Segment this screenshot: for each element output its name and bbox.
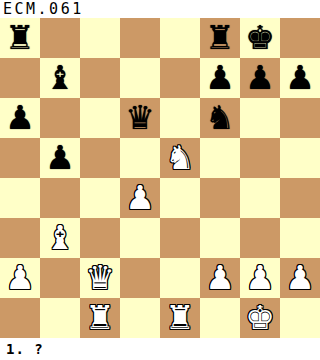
black-knight[interactable]: ♞ — [205, 98, 235, 138]
square-b2[interactable] — [40, 258, 80, 298]
square-b8[interactable] — [40, 18, 80, 58]
square-a6[interactable]: ♟ — [0, 98, 40, 138]
square-b1[interactable] — [40, 298, 80, 338]
black-queen[interactable]: ♛ — [125, 98, 155, 138]
square-f8[interactable]: ♜ — [200, 18, 240, 58]
square-f4[interactable] — [200, 178, 240, 218]
white-bishop[interactable]: ♝ — [45, 218, 75, 258]
square-f1[interactable] — [200, 298, 240, 338]
square-c7[interactable] — [80, 58, 120, 98]
square-b3[interactable]: ♝ — [40, 218, 80, 258]
square-h8[interactable] — [280, 18, 320, 58]
square-g2[interactable]: ♟ — [240, 258, 280, 298]
square-g6[interactable] — [240, 98, 280, 138]
square-f5[interactable] — [200, 138, 240, 178]
square-e1[interactable]: ♜ — [160, 298, 200, 338]
square-f3[interactable] — [200, 218, 240, 258]
square-c8[interactable] — [80, 18, 120, 58]
white-pawn[interactable]: ♟ — [5, 258, 35, 298]
black-rook[interactable]: ♜ — [5, 18, 35, 58]
white-rook[interactable]: ♜ — [85, 298, 115, 338]
square-e6[interactable] — [160, 98, 200, 138]
black-pawn[interactable]: ♟ — [5, 98, 35, 138]
square-c3[interactable] — [80, 218, 120, 258]
square-a7[interactable] — [0, 58, 40, 98]
square-c6[interactable] — [80, 98, 120, 138]
square-d4[interactable]: ♟ — [120, 178, 160, 218]
square-g4[interactable] — [240, 178, 280, 218]
square-h3[interactable] — [280, 218, 320, 258]
square-f2[interactable]: ♟ — [200, 258, 240, 298]
square-g1[interactable]: ♚ — [240, 298, 280, 338]
white-pawn[interactable]: ♟ — [285, 258, 315, 298]
black-pawn[interactable]: ♟ — [205, 58, 235, 98]
white-knight[interactable]: ♞ — [165, 138, 195, 178]
white-pawn[interactable]: ♟ — [245, 258, 275, 298]
black-pawn[interactable]: ♟ — [45, 138, 75, 178]
square-e8[interactable] — [160, 18, 200, 58]
square-h5[interactable] — [280, 138, 320, 178]
square-h2[interactable]: ♟ — [280, 258, 320, 298]
square-d3[interactable] — [120, 218, 160, 258]
square-g7[interactable]: ♟ — [240, 58, 280, 98]
square-e2[interactable] — [160, 258, 200, 298]
square-b5[interactable]: ♟ — [40, 138, 80, 178]
square-h1[interactable] — [280, 298, 320, 338]
square-e7[interactable] — [160, 58, 200, 98]
black-bishop[interactable]: ♝ — [45, 58, 75, 98]
square-d5[interactable] — [120, 138, 160, 178]
square-g8[interactable]: ♚ — [240, 18, 280, 58]
square-h6[interactable] — [280, 98, 320, 138]
black-king[interactable]: ♚ — [245, 18, 275, 58]
square-e4[interactable] — [160, 178, 200, 218]
square-a1[interactable] — [0, 298, 40, 338]
square-d2[interactable] — [120, 258, 160, 298]
square-b4[interactable] — [40, 178, 80, 218]
square-c4[interactable] — [80, 178, 120, 218]
move-prompt: 1. ? — [0, 341, 320, 357]
square-c5[interactable] — [80, 138, 120, 178]
square-a3[interactable] — [0, 218, 40, 258]
black-rook[interactable]: ♜ — [205, 18, 235, 58]
square-d6[interactable]: ♛ — [120, 98, 160, 138]
square-a4[interactable] — [0, 178, 40, 218]
white-pawn[interactable]: ♟ — [205, 258, 235, 298]
square-d1[interactable] — [120, 298, 160, 338]
black-pawn[interactable]: ♟ — [245, 58, 275, 98]
square-e3[interactable] — [160, 218, 200, 258]
square-a8[interactable]: ♜ — [0, 18, 40, 58]
square-e5[interactable]: ♞ — [160, 138, 200, 178]
square-g3[interactable] — [240, 218, 280, 258]
chess-board: ♜♜♚♝♟♟♟♟♛♞♟♞♟♝♟♛♟♟♟♜♜♚ — [0, 18, 320, 338]
diagram-title: ECM.061 — [0, 0, 320, 18]
square-b6[interactable] — [40, 98, 80, 138]
square-f7[interactable]: ♟ — [200, 58, 240, 98]
square-f6[interactable]: ♞ — [200, 98, 240, 138]
square-a2[interactable]: ♟ — [0, 258, 40, 298]
square-g5[interactable] — [240, 138, 280, 178]
square-d8[interactable] — [120, 18, 160, 58]
white-rook[interactable]: ♜ — [165, 298, 195, 338]
white-queen[interactable]: ♛ — [85, 258, 115, 298]
square-c2[interactable]: ♛ — [80, 258, 120, 298]
square-h7[interactable]: ♟ — [280, 58, 320, 98]
black-pawn[interactable]: ♟ — [285, 58, 315, 98]
square-b7[interactable]: ♝ — [40, 58, 80, 98]
square-h4[interactable] — [280, 178, 320, 218]
square-d7[interactable] — [120, 58, 160, 98]
white-king[interactable]: ♚ — [245, 298, 275, 338]
square-c1[interactable]: ♜ — [80, 298, 120, 338]
square-a5[interactable] — [0, 138, 40, 178]
white-pawn[interactable]: ♟ — [125, 178, 155, 218]
